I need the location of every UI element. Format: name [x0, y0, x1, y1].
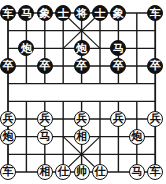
piece-black-soldier[interactable]: 卒 [0, 58, 16, 74]
piece-black-chariot[interactable]: 车 [147, 5, 163, 21]
piece-red-soldier[interactable]: 兵 [110, 111, 126, 127]
piece-black-cannon[interactable]: 炮 [74, 40, 90, 56]
piece-red-general[interactable]: 帅 [74, 164, 90, 180]
pieces-grid: 车马象士将士象车炮炮马卒卒卒卒卒兵兵兵兵兵炮马相炮车相仕帅仕马车 [0, 4, 164, 181]
piece-red-elephant[interactable]: 相 [74, 129, 90, 145]
piece-red-soldier[interactable]: 兵 [74, 111, 90, 127]
piece-black-general[interactable]: 将 [74, 5, 90, 21]
piece-red-elephant[interactable]: 相 [37, 164, 53, 180]
piece-black-horse[interactable]: 马 [110, 40, 126, 56]
piece-red-horse[interactable]: 马 [129, 164, 145, 180]
piece-red-cannon[interactable]: 炮 [129, 129, 145, 145]
piece-black-horse[interactable]: 马 [18, 5, 34, 21]
piece-black-elephant[interactable]: 象 [37, 5, 53, 21]
piece-red-soldier[interactable]: 兵 [37, 111, 53, 127]
piece-red-horse[interactable]: 马 [37, 129, 53, 145]
piece-red-advisor[interactable]: 仕 [92, 164, 108, 180]
piece-black-advisor[interactable]: 士 [92, 5, 108, 21]
piece-red-cannon[interactable]: 炮 [0, 129, 16, 145]
piece-red-soldier[interactable]: 兵 [147, 111, 163, 127]
piece-black-soldier[interactable]: 卒 [110, 58, 126, 74]
piece-black-advisor[interactable]: 士 [55, 5, 71, 21]
piece-red-soldier[interactable]: 兵 [0, 111, 16, 127]
piece-black-soldier[interactable]: 卒 [147, 58, 163, 74]
piece-red-chariot[interactable]: 车 [147, 164, 163, 180]
xiangqi-board: 车马象士将士象车炮炮马卒卒卒卒卒兵兵兵兵兵炮马相炮车相仕帅仕马车 [0, 0, 166, 184]
piece-black-soldier[interactable]: 卒 [37, 58, 53, 74]
piece-black-chariot[interactable]: 车 [0, 5, 16, 21]
piece-black-elephant[interactable]: 象 [110, 5, 126, 21]
piece-black-cannon[interactable]: 炮 [18, 40, 34, 56]
piece-red-chariot[interactable]: 车 [0, 164, 16, 180]
piece-black-soldier[interactable]: 卒 [74, 58, 90, 74]
piece-red-advisor[interactable]: 仕 [55, 164, 71, 180]
